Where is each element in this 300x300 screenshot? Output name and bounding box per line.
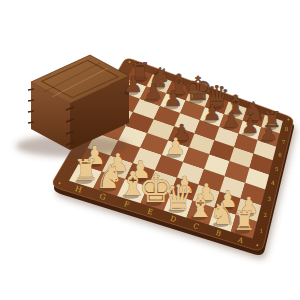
box-finger-joint-left-1 — [28, 100, 34, 101]
rank-label-5: 5 — [275, 166, 279, 172]
rank-label-3: 3 — [268, 196, 272, 202]
border-inlay-dot-2 — [287, 119, 289, 121]
piece-black-pawn-a7: ♟ — [260, 121, 278, 145]
piece-black-pawn-d7: ♟ — [203, 101, 222, 125]
border-inlay-dot-1 — [256, 244, 258, 246]
piece-black-pawn-f7: ♟ — [164, 86, 183, 111]
rank-label-1: 1 — [259, 228, 263, 234]
chess-set-product-photo: HGFEDCBA12345678♜♞♟♝♟♚♟♛♝♟♞♟♜♟♟♟♟♟♟♟♜♞♟♝… — [0, 0, 300, 300]
piece-white-rook-a1: ♜ — [233, 206, 256, 236]
chess-scene-canvas: HGFEDCBA12345678♜♞♟♝♟♚♟♛♝♟♞♟♜♟♟♟♟♟♟♟♜♞♟♝… — [0, 0, 300, 300]
piece-black-pawn-b7: ♟ — [241, 114, 259, 138]
rank-label-6: 6 — [278, 152, 282, 158]
piece-white-pawn-e4: ♟ — [165, 133, 185, 159]
box-finger-joint-left-3 — [28, 122, 34, 123]
piece-white-rook-h1: ♜ — [73, 153, 99, 187]
box-finger-joint-left-2 — [28, 111, 34, 112]
rank-label-4: 4 — [271, 180, 275, 186]
piece-black-pawn-h7: ♟ — [123, 72, 143, 97]
rank-label-8: 8 — [285, 126, 289, 132]
piece-black-pawn-g7: ♟ — [143, 79, 162, 104]
box-finger-joint-left-0 — [28, 89, 34, 90]
rank-label-7: 7 — [282, 139, 286, 145]
storage-box — [16, 55, 129, 157]
rank-label-2: 2 — [264, 212, 268, 218]
border-inlay-dot-0 — [59, 182, 61, 184]
piece-black-pawn-c7: ♟ — [222, 108, 240, 132]
